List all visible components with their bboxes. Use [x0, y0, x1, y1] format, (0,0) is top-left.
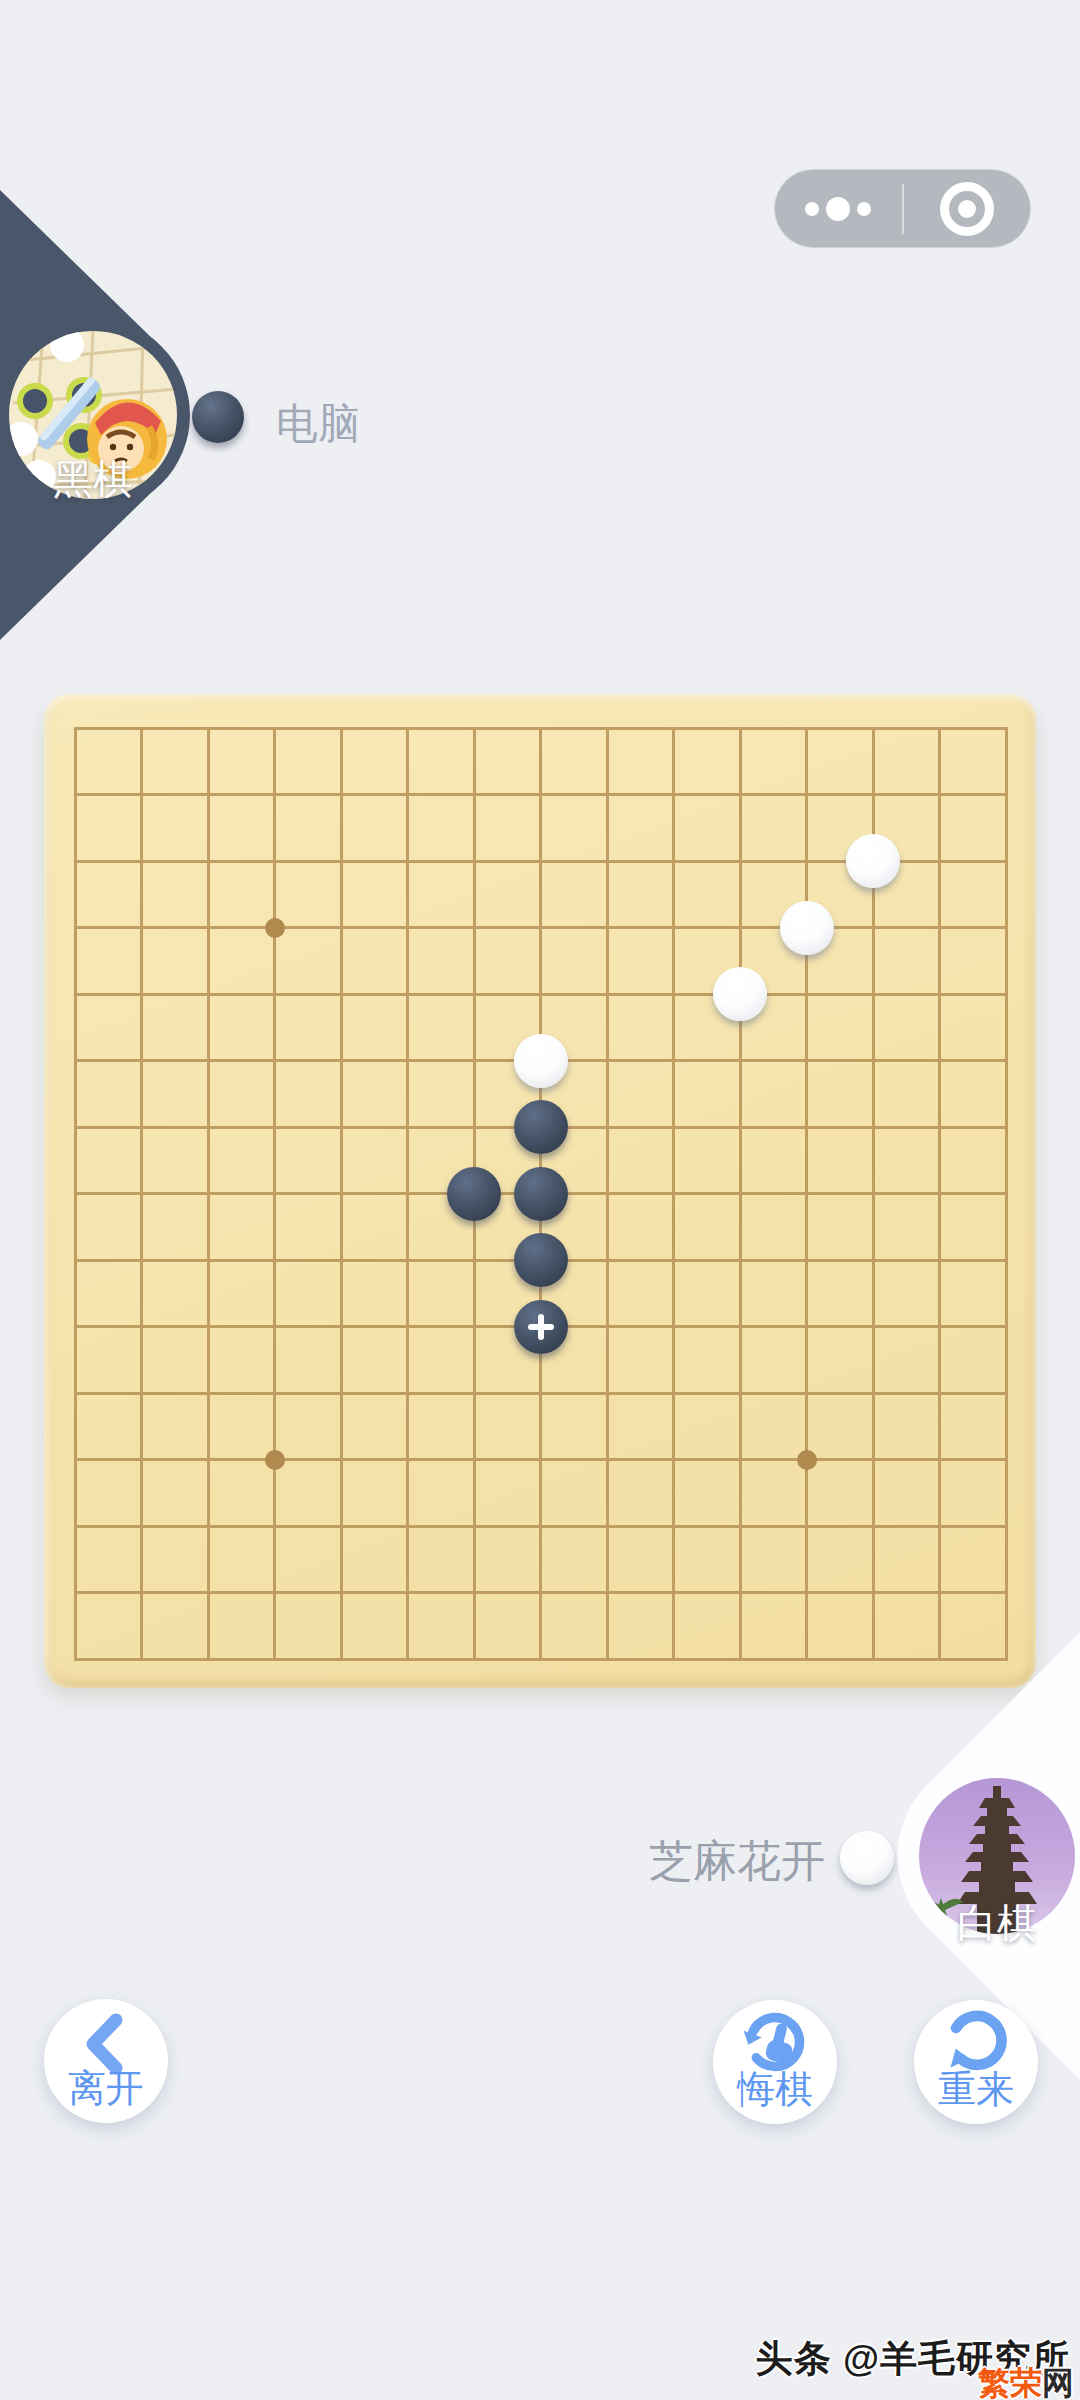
- grid-line-v: [672, 727, 675, 1661]
- stone-white-h10: [514, 1034, 568, 1088]
- black-side-label: 黑棋: [9, 452, 177, 507]
- last-move-marker: [514, 1300, 568, 1354]
- restart-button-label: 重来: [914, 2064, 1038, 2115]
- white-player-name: 芝麻花开: [420, 1832, 825, 1891]
- star-point: [797, 1450, 817, 1470]
- watermark-site-orange: 繁荣: [978, 2365, 1042, 2400]
- stone-black-h7: [514, 1233, 568, 1287]
- grid-line-v: [606, 727, 609, 1661]
- opponent-name: 电脑: [276, 396, 360, 452]
- stone-black-h8: [514, 1167, 568, 1221]
- more-dots-icon: [805, 202, 819, 216]
- leave-button[interactable]: 离开: [44, 1999, 168, 2123]
- gomoku-board[interactable]: [44, 694, 1036, 1688]
- white-indicator-stone: [840, 1831, 894, 1885]
- star-point: [265, 918, 285, 938]
- grid-line-h: [74, 1458, 1008, 1461]
- watermark-site-dark: 网: [1042, 2365, 1074, 2400]
- star-point: [265, 1450, 285, 1470]
- grid-line-v: [1005, 727, 1008, 1661]
- undo-button-label: 悔棋: [713, 2064, 837, 2115]
- target-circle-icon: [940, 182, 994, 236]
- restart-button[interactable]: 重来: [914, 2000, 1038, 2124]
- grid-line-h: [74, 1392, 1008, 1395]
- watermark-site: 繁荣网: [978, 2362, 1074, 2400]
- grid-line-h: [74, 1591, 1008, 1594]
- grid-line-h: [74, 1658, 1008, 1661]
- grid-line-v: [739, 727, 742, 1661]
- stone-black-h6: [514, 1300, 568, 1354]
- more-button[interactable]: [775, 170, 902, 247]
- stone-black-h9: [514, 1100, 568, 1154]
- stone-white-m13: [846, 834, 900, 888]
- white-side-label: 白棋: [919, 1896, 1075, 1951]
- stone-white-k11: [713, 967, 767, 1021]
- leave-button-label: 离开: [44, 2063, 168, 2114]
- black-indicator-stone: [192, 391, 244, 443]
- grid-line-v: [805, 727, 808, 1661]
- more-dots-icon: [826, 197, 850, 221]
- stone-white-l12: [780, 901, 834, 955]
- stone-black-g8: [447, 1167, 501, 1221]
- undo-button[interactable]: 悔棋: [713, 2000, 837, 2124]
- grid-line-h: [74, 1525, 1008, 1528]
- exit-to-home-button[interactable]: [904, 170, 1031, 247]
- more-dots-icon: [857, 202, 871, 216]
- miniprogram-capsule: [774, 169, 1031, 248]
- grid-line-v: [938, 727, 941, 1661]
